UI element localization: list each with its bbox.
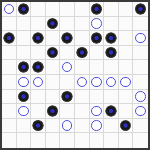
black-pearl-icon (76, 47, 88, 59)
cell-r8-c9[interactable] (133, 119, 148, 134)
cell-r5-c7[interactable] (104, 75, 119, 90)
white-pearl-icon (135, 91, 146, 102)
cell-r6-c2[interactable] (31, 90, 46, 105)
cell-r1-c4[interactable] (60, 17, 75, 32)
cell-r8-c4[interactable] (60, 119, 75, 134)
black-pearl-icon (61, 32, 73, 44)
white-pearl-icon (62, 62, 73, 73)
cell-r5-c3[interactable] (46, 75, 61, 90)
cell-r2-c9[interactable] (133, 31, 148, 46)
cell-r1-c7[interactable] (104, 17, 119, 32)
cell-r9-c2[interactable] (31, 133, 46, 148)
cell-r3-c7[interactable] (104, 46, 119, 61)
cell-r0-c6[interactable] (90, 2, 105, 17)
cell-r4-c6[interactable] (90, 60, 105, 75)
white-pearl-icon (62, 120, 73, 131)
black-pearl-icon (47, 105, 59, 117)
cell-r4-c8[interactable] (119, 60, 134, 75)
black-pearl-icon (120, 120, 132, 132)
cell-r7-c7[interactable] (104, 104, 119, 119)
cell-r0-c1[interactable] (17, 2, 32, 17)
cell-r7-c8[interactable] (119, 104, 134, 119)
cell-r6-c3[interactable] (46, 90, 61, 105)
cell-r2-c6[interactable] (90, 31, 105, 46)
cell-r1-c6[interactable] (90, 17, 105, 32)
cell-r1-c9[interactable] (133, 17, 148, 32)
cell-r3-c1[interactable] (17, 46, 32, 61)
cell-r8-c1[interactable] (17, 119, 32, 134)
cell-r4-c7[interactable] (104, 60, 119, 75)
white-pearl-icon (77, 77, 88, 88)
cell-r6-c6[interactable] (90, 90, 105, 105)
black-pearl-icon (32, 120, 44, 132)
cell-r7-c1[interactable] (17, 104, 32, 119)
cell-r0-c5[interactable] (75, 2, 90, 17)
cell-r5-c2[interactable] (31, 75, 46, 90)
cell-r6-c5[interactable] (75, 90, 90, 105)
black-pearl-icon (105, 32, 117, 44)
white-pearl-icon (33, 77, 44, 88)
cell-r8-c6[interactable] (90, 119, 105, 134)
cell-r5-c4[interactable] (60, 75, 75, 90)
cell-r4-c0[interactable] (2, 60, 17, 75)
cell-r8-c2[interactable] (31, 119, 46, 134)
cell-r8-c3[interactable] (46, 119, 61, 134)
cell-r0-c9[interactable] (133, 2, 148, 17)
cell-r5-c1[interactable] (17, 75, 32, 90)
cell-r5-c8[interactable] (119, 75, 134, 90)
white-pearl-icon (18, 77, 29, 88)
black-pearl-icon (135, 3, 147, 15)
cell-r5-c0[interactable] (2, 75, 17, 90)
cell-r0-c7[interactable] (104, 2, 119, 17)
cell-r7-c2[interactable] (31, 104, 46, 119)
cell-r0-c0[interactable] (2, 2, 17, 17)
cell-r6-c7[interactable] (104, 90, 119, 105)
white-pearl-icon (4, 4, 15, 15)
cell-r9-c3[interactable] (46, 133, 61, 148)
black-pearl-icon (32, 32, 44, 44)
black-pearl-icon (18, 91, 30, 103)
cell-r3-c5[interactable] (75, 46, 90, 61)
cell-r6-c4[interactable] (60, 90, 75, 105)
cell-r9-c7[interactable] (104, 133, 119, 148)
cell-r6-c9[interactable] (133, 90, 148, 105)
cell-r8-c7[interactable] (104, 119, 119, 134)
black-pearl-icon (47, 47, 59, 59)
cell-r7-c4[interactable] (60, 104, 75, 119)
cell-r2-c5[interactable] (75, 31, 90, 46)
cell-r0-c2[interactable] (31, 2, 46, 17)
cell-r1-c8[interactable] (119, 17, 134, 32)
cell-r9-c1[interactable] (17, 133, 32, 148)
cell-r2-c8[interactable] (119, 31, 134, 46)
white-pearl-icon (135, 33, 146, 44)
black-pearl-icon (32, 61, 44, 73)
cell-r9-c4[interactable] (60, 133, 75, 148)
cell-r7-c5[interactable] (75, 104, 90, 119)
cell-r7-c0[interactable] (2, 104, 17, 119)
cell-r3-c3[interactable] (46, 46, 61, 61)
cell-r3-c4[interactable] (60, 46, 75, 61)
cell-r9-c5[interactable] (75, 133, 90, 148)
cell-r6-c0[interactable] (2, 90, 17, 105)
cell-r2-c0[interactable] (2, 31, 17, 46)
cell-r1-c5[interactable] (75, 17, 90, 32)
black-pearl-icon (18, 3, 30, 15)
cell-r6-c8[interactable] (119, 90, 134, 105)
cell-r3-c8[interactable] (119, 46, 134, 61)
cell-r4-c3[interactable] (46, 60, 61, 75)
black-pearl-icon (105, 47, 117, 59)
cell-r3-c6[interactable] (90, 46, 105, 61)
cell-r0-c4[interactable] (60, 2, 75, 17)
white-pearl-icon (135, 106, 146, 117)
cell-r3-c2[interactable] (31, 46, 46, 61)
black-pearl-icon (91, 32, 103, 44)
cell-r2-c2[interactable] (31, 31, 46, 46)
cell-r8-c0[interactable] (2, 119, 17, 134)
cell-r1-c3[interactable] (46, 17, 61, 32)
black-pearl-icon (18, 61, 30, 73)
cell-r1-c2[interactable] (31, 17, 46, 32)
white-pearl-icon (91, 120, 102, 131)
white-pearl-icon (91, 18, 102, 29)
black-pearl-icon (3, 32, 15, 44)
cell-r0-c8[interactable] (119, 2, 134, 17)
white-pearl-icon (120, 77, 131, 88)
cell-r7-c9[interactable] (133, 104, 148, 119)
black-pearl-icon (91, 3, 103, 15)
cell-r9-c6[interactable] (90, 133, 105, 148)
cell-r7-c6[interactable] (90, 104, 105, 119)
cell-r4-c2[interactable] (31, 60, 46, 75)
cell-r8-c5[interactable] (75, 119, 90, 134)
cell-r8-c8[interactable] (119, 119, 134, 134)
cell-r5-c5[interactable] (75, 75, 90, 90)
white-pearl-icon (106, 77, 117, 88)
cell-r3-c9[interactable] (133, 46, 148, 61)
masyu-board (0, 0, 150, 150)
cell-r4-c1[interactable] (17, 60, 32, 75)
black-pearl-icon (47, 18, 59, 30)
cell-r4-c4[interactable] (60, 60, 75, 75)
cell-r2-c3[interactable] (46, 31, 61, 46)
cell-r9-c8[interactable] (119, 133, 134, 148)
cell-r4-c9[interactable] (133, 60, 148, 75)
cell-r5-c6[interactable] (90, 75, 105, 90)
cell-r2-c7[interactable] (104, 31, 119, 46)
cell-r1-c0[interactable] (2, 17, 17, 32)
cell-r4-c5[interactable] (75, 60, 90, 75)
cell-r0-c3[interactable] (46, 2, 61, 17)
cell-r5-c9[interactable] (133, 75, 148, 90)
white-pearl-icon (91, 77, 102, 88)
white-pearl-icon (91, 106, 102, 117)
cell-r6-c1[interactable] (17, 90, 32, 105)
cell-r2-c4[interactable] (60, 31, 75, 46)
cell-r9-c9[interactable] (133, 133, 148, 148)
white-pearl-icon (18, 106, 29, 117)
cell-r1-c1[interactable] (17, 17, 32, 32)
cell-r2-c1[interactable] (17, 31, 32, 46)
cell-r9-c0[interactable] (2, 133, 17, 148)
cell-r7-c3[interactable] (46, 104, 61, 119)
black-pearl-icon (61, 91, 73, 103)
cell-r3-c0[interactable] (2, 46, 17, 61)
black-pearl-icon (105, 105, 117, 117)
